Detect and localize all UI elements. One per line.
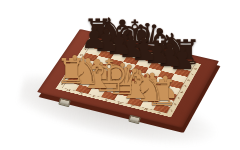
white-rook[interactable]: ♜ — [56, 54, 87, 88]
photo-background: HGFEDCBA HGFEDCBA 87654321 87654321 ♜♞♝♛… — [0, 0, 240, 150]
